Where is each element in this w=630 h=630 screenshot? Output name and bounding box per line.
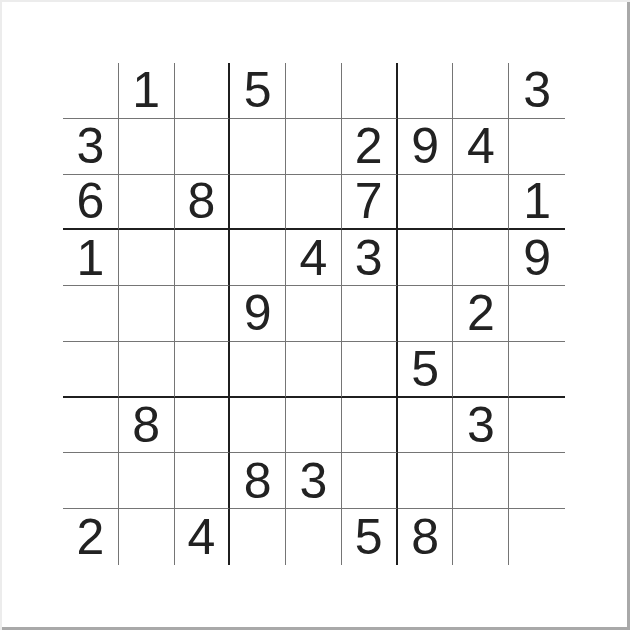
cell-r1c7[interactable]: [398, 63, 454, 119]
cell-r8c8[interactable]: [453, 453, 509, 509]
cell-r8c2[interactable]: [119, 453, 175, 509]
cell-r8c4[interactable]: 8: [230, 453, 286, 509]
cell-r2c5[interactable]: [286, 119, 342, 175]
cell-r1c6[interactable]: [342, 63, 398, 119]
cell-r6c3[interactable]: [175, 342, 231, 398]
cell-r4c5[interactable]: 4: [286, 230, 342, 286]
cell-r9c6[interactable]: 5: [342, 509, 398, 565]
cell-r1c9[interactable]: 3: [509, 63, 565, 119]
cell-r2c8[interactable]: 4: [453, 119, 509, 175]
cell-r7c9[interactable]: [509, 398, 565, 454]
cell-r6c1[interactable]: [63, 342, 119, 398]
cell-r7c3[interactable]: [175, 398, 231, 454]
cell-r3c6[interactable]: 7: [342, 175, 398, 231]
cell-r2c6[interactable]: 2: [342, 119, 398, 175]
cell-r2c2[interactable]: [119, 119, 175, 175]
cell-r1c8[interactable]: [453, 63, 509, 119]
cell-r6c7[interactable]: 5: [398, 342, 454, 398]
cell-r3c3[interactable]: 8: [175, 175, 231, 231]
cell-r9c3[interactable]: 4: [175, 509, 231, 565]
cell-r8c3[interactable]: [175, 453, 231, 509]
cell-r4c4[interactable]: [230, 230, 286, 286]
sudoku-grid: 1 5 3 3 2 9 4 6 8 7 1 1 4 3 9: [63, 63, 565, 565]
cell-r9c4[interactable]: [230, 509, 286, 565]
cell-r5c1[interactable]: [63, 286, 119, 342]
cell-r6c9[interactable]: [509, 342, 565, 398]
cell-r5c3[interactable]: [175, 286, 231, 342]
cell-r4c1[interactable]: 1: [63, 230, 119, 286]
cell-r1c1[interactable]: [63, 63, 119, 119]
cell-r7c5[interactable]: [286, 398, 342, 454]
cell-r1c3[interactable]: [175, 63, 231, 119]
cell-r1c5[interactable]: [286, 63, 342, 119]
cell-r7c8[interactable]: 3: [453, 398, 509, 454]
cell-r4c8[interactable]: [453, 230, 509, 286]
cell-r9c2[interactable]: [119, 509, 175, 565]
cell-r7c6[interactable]: [342, 398, 398, 454]
cell-r6c6[interactable]: [342, 342, 398, 398]
cell-r3c5[interactable]: [286, 175, 342, 231]
cell-r2c7[interactable]: 9: [398, 119, 454, 175]
cell-r3c4[interactable]: [230, 175, 286, 231]
cell-r4c3[interactable]: [175, 230, 231, 286]
cell-r7c4[interactable]: [230, 398, 286, 454]
cell-r3c2[interactable]: [119, 175, 175, 231]
cell-r6c2[interactable]: [119, 342, 175, 398]
cell-r7c2[interactable]: 8: [119, 398, 175, 454]
cell-r6c4[interactable]: [230, 342, 286, 398]
cell-r5c8[interactable]: 2: [453, 286, 509, 342]
cell-r9c7[interactable]: 8: [398, 509, 454, 565]
cell-r7c7[interactable]: [398, 398, 454, 454]
cell-r5c5[interactable]: [286, 286, 342, 342]
cell-r2c4[interactable]: [230, 119, 286, 175]
cell-r3c7[interactable]: [398, 175, 454, 231]
cell-r7c1[interactable]: [63, 398, 119, 454]
cell-r5c7[interactable]: [398, 286, 454, 342]
cell-r3c1[interactable]: 6: [63, 175, 119, 231]
cell-r8c6[interactable]: [342, 453, 398, 509]
cell-r6c5[interactable]: [286, 342, 342, 398]
cell-r5c4[interactable]: 9: [230, 286, 286, 342]
cell-r5c9[interactable]: [509, 286, 565, 342]
cell-r4c6[interactable]: 3: [342, 230, 398, 286]
cell-r2c1[interactable]: 3: [63, 119, 119, 175]
cell-r9c8[interactable]: [453, 509, 509, 565]
cell-r8c9[interactable]: [509, 453, 565, 509]
cell-r3c9[interactable]: 1: [509, 175, 565, 231]
sudoku-art-board: 1 5 3 3 2 9 4 6 8 7 1 1 4 3 9: [0, 0, 630, 630]
cell-r4c2[interactable]: [119, 230, 175, 286]
cell-r2c3[interactable]: [175, 119, 231, 175]
cell-r2c9[interactable]: [509, 119, 565, 175]
cell-r9c9[interactable]: [509, 509, 565, 565]
cell-r8c5[interactable]: 3: [286, 453, 342, 509]
cell-r5c2[interactable]: [119, 286, 175, 342]
cell-r1c2[interactable]: 1: [119, 63, 175, 119]
cell-r4c9[interactable]: 9: [509, 230, 565, 286]
cell-r8c7[interactable]: [398, 453, 454, 509]
cell-r6c8[interactable]: [453, 342, 509, 398]
cell-r9c1[interactable]: 2: [63, 509, 119, 565]
cell-r9c5[interactable]: [286, 509, 342, 565]
cell-r4c7[interactable]: [398, 230, 454, 286]
cell-r5c6[interactable]: [342, 286, 398, 342]
cell-r3c8[interactable]: [453, 175, 509, 231]
cell-r8c1[interactable]: [63, 453, 119, 509]
cell-r1c4[interactable]: 5: [230, 63, 286, 119]
